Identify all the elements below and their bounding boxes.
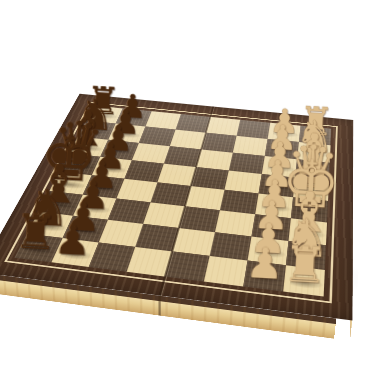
square-f1: ♝ bbox=[289, 218, 328, 245]
square-h2: ♟ bbox=[243, 261, 286, 292]
square-d6 bbox=[124, 160, 163, 182]
square-g6 bbox=[99, 220, 143, 247]
square-c6 bbox=[132, 143, 170, 164]
piece-cast-shadow bbox=[258, 223, 291, 236]
square-h3 bbox=[204, 256, 248, 287]
piece-cast-shadow bbox=[297, 206, 329, 218]
piece-cast-shadow bbox=[294, 227, 327, 240]
square-b3 bbox=[233, 136, 268, 156]
square-c3 bbox=[229, 153, 265, 174]
piece-cast-shadow bbox=[273, 129, 301, 138]
piece-cast-shadow bbox=[290, 276, 326, 291]
square-d4 bbox=[191, 167, 229, 190]
chess-set-photo: ♜♟♟♜♞♟♟♞♝♟♟♝♛♟♟♛♚♟♟♚♝♟♟♝♞♟♟♞♜♟♟♜ bbox=[0, 0, 380, 380]
perspective-wrapper: ♜♟♟♜♞♟♟♞♝♟♟♝♛♟♟♛♚♟♟♚♝♟♟♝♞♟♟♞♜♟♟♜ bbox=[0, 0, 380, 380]
piece-cast-shadow bbox=[261, 202, 293, 214]
square-e6 bbox=[116, 179, 157, 203]
piece-cast-shadow bbox=[304, 132, 332, 141]
piece-cast-shadow bbox=[250, 271, 286, 286]
square-c4 bbox=[196, 149, 233, 170]
square-f2: ♟ bbox=[251, 214, 290, 241]
piece-cast-shadow bbox=[46, 199, 80, 211]
square-d2: ♟ bbox=[259, 174, 296, 197]
square-d1: ♛ bbox=[293, 178, 329, 201]
piece-cast-shadow bbox=[66, 161, 98, 172]
chess-board: ♜♟♟♜♞♟♟♞♝♟♟♝♛♟♟♛♚♟♟♚♝♟♟♝♞♟♟♞♜♟♟♜ bbox=[0, 94, 353, 321]
camera-roll-wrapper: ♜♟♟♜♞♟♟♞♝♟♟♝♛♟♟♛♚♟♟♚♝♟♟♝♞♟♟♞♜♟♟♜ bbox=[0, 0, 380, 380]
square-e4 bbox=[185, 186, 224, 210]
square-h4 bbox=[165, 251, 210, 281]
piece-cast-shadow bbox=[254, 246, 289, 260]
square-e5 bbox=[151, 182, 191, 206]
square-e2: ♟ bbox=[255, 193, 293, 218]
piece-cast-shadow bbox=[70, 225, 105, 238]
square-g2: ♟ bbox=[248, 237, 289, 266]
piece-cast-shadow bbox=[267, 163, 297, 174]
square-d3 bbox=[224, 171, 261, 194]
piece-cast-shadow bbox=[300, 167, 330, 178]
piece-cast-shadow bbox=[292, 251, 327, 265]
